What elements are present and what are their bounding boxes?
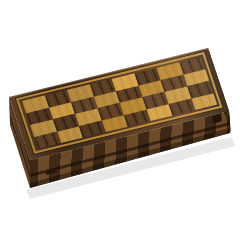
product-photo-background [0, 0, 240, 240]
